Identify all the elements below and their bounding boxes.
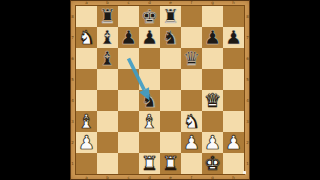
square-c8[interactable]: [118, 6, 139, 27]
square-h8[interactable]: [223, 6, 244, 27]
square-c7[interactable]: ♟: [118, 27, 139, 48]
square-f6[interactable]: ♛: [181, 48, 202, 69]
square-f8[interactable]: [181, 6, 202, 27]
square-f5[interactable]: [181, 69, 202, 90]
square-h5[interactable]: [223, 69, 244, 90]
black-knight-e7[interactable]: ♞: [160, 27, 181, 48]
white-pawn-a2[interactable]: ♟: [76, 132, 97, 153]
square-a5[interactable]: [76, 69, 97, 90]
square-h4[interactable]: [223, 90, 244, 111]
square-e4[interactable]: [160, 90, 181, 111]
black-pawn-d7[interactable]: ♟: [139, 27, 160, 48]
white-rook-e1[interactable]: ♜: [160, 153, 181, 174]
coord-rank-6-right: 6: [245, 48, 250, 69]
white-queen-g4[interactable]: ♛: [202, 90, 223, 111]
square-c4[interactable]: [118, 90, 139, 111]
square-g6[interactable]: [202, 48, 223, 69]
square-b2[interactable]: [97, 132, 118, 153]
square-a8[interactable]: [76, 6, 97, 27]
white-pawn-g2[interactable]: ♟: [202, 132, 223, 153]
coord-file-g-bottom: g: [202, 175, 223, 180]
square-b5[interactable]: [97, 69, 118, 90]
black-pawn-h7[interactable]: ♟: [223, 27, 244, 48]
square-a4[interactable]: [76, 90, 97, 111]
square-g2[interactable]: ♟: [202, 132, 223, 153]
square-b7[interactable]: ♝: [97, 27, 118, 48]
square-d8[interactable]: ♚: [139, 6, 160, 27]
letterbox: ♜♚♜♞♝♟♟♞♟♟♝♛♞♛♝♝♞♟♟♟♟♜♜♚ aabbccddeeffggh…: [0, 0, 320, 180]
square-e1[interactable]: ♜: [160, 153, 181, 174]
chess-board: ♜♚♜♞♝♟♟♞♟♟♝♛♞♛♝♝♞♟♟♟♟♜♜♚: [75, 5, 245, 175]
square-a3[interactable]: ♝: [76, 111, 97, 132]
white-knight-a7[interactable]: ♞: [76, 27, 97, 48]
square-b3[interactable]: [97, 111, 118, 132]
square-h6[interactable]: [223, 48, 244, 69]
square-e2[interactable]: [160, 132, 181, 153]
square-d5[interactable]: [139, 69, 160, 90]
square-d3[interactable]: ♝: [139, 111, 160, 132]
square-e7[interactable]: ♞: [160, 27, 181, 48]
coord-file-f-bottom: f: [181, 175, 202, 180]
square-g4[interactable]: ♛: [202, 90, 223, 111]
corner-dot: [243, 171, 246, 174]
coord-rank-3-right: 3: [245, 111, 250, 132]
square-d6[interactable]: [139, 48, 160, 69]
square-h3[interactable]: [223, 111, 244, 132]
square-b4[interactable]: [97, 90, 118, 111]
square-e6[interactable]: [160, 48, 181, 69]
coord-rank-4-right: 4: [245, 90, 250, 111]
square-e3[interactable]: [160, 111, 181, 132]
black-king-d8[interactable]: ♚: [139, 6, 160, 27]
coord-rank-7-right: 7: [245, 27, 250, 48]
square-d4[interactable]: ♞: [139, 90, 160, 111]
square-a1[interactable]: [76, 153, 97, 174]
square-h7[interactable]: ♟: [223, 27, 244, 48]
coord-rank-2-right: 2: [245, 132, 250, 153]
black-bishop-b6[interactable]: ♝: [97, 48, 118, 69]
square-f3[interactable]: ♞: [181, 111, 202, 132]
square-a7[interactable]: ♞: [76, 27, 97, 48]
square-g5[interactable]: [202, 69, 223, 90]
square-d2[interactable]: [139, 132, 160, 153]
black-knight-d4[interactable]: ♞: [139, 90, 160, 111]
white-knight-f3[interactable]: ♞: [181, 111, 202, 132]
black-pawn-g7[interactable]: ♟: [202, 27, 223, 48]
coord-rank-5-right: 5: [245, 69, 250, 90]
square-f7[interactable]: [181, 27, 202, 48]
coord-file-c-bottom: c: [118, 175, 139, 180]
square-g8[interactable]: [202, 6, 223, 27]
square-g7[interactable]: ♟: [202, 27, 223, 48]
white-pawn-h2[interactable]: ♟: [223, 132, 244, 153]
square-b8[interactable]: ♜: [97, 6, 118, 27]
square-h2[interactable]: ♟: [223, 132, 244, 153]
black-rook-e8[interactable]: ♜: [160, 6, 181, 27]
square-f2[interactable]: ♟: [181, 132, 202, 153]
square-c6[interactable]: [118, 48, 139, 69]
square-d1[interactable]: ♜: [139, 153, 160, 174]
square-b1[interactable]: [97, 153, 118, 174]
square-c1[interactable]: [118, 153, 139, 174]
coord-file-e-bottom: e: [160, 175, 181, 180]
white-bishop-a3[interactable]: ♝: [76, 111, 97, 132]
white-king-g1[interactable]: ♚: [202, 153, 223, 174]
coord-file-d-bottom: d: [139, 175, 160, 180]
square-f4[interactable]: [181, 90, 202, 111]
coord-file-h-bottom: h: [223, 175, 244, 180]
square-f1[interactable]: [181, 153, 202, 174]
black-queen-f6[interactable]: ♛: [181, 48, 202, 69]
square-g3[interactable]: [202, 111, 223, 132]
coord-rank-8-right: 8: [245, 6, 250, 27]
square-c3[interactable]: [118, 111, 139, 132]
square-g1[interactable]: ♚: [202, 153, 223, 174]
square-c2[interactable]: [118, 132, 139, 153]
square-b6[interactable]: ♝: [97, 48, 118, 69]
chess-board-frame: ♜♚♜♞♝♟♟♞♟♟♝♛♞♛♝♝♞♟♟♟♟♜♜♚ aabbccddeeffggh…: [70, 0, 250, 180]
white-pawn-f2[interactable]: ♟: [181, 132, 202, 153]
square-d7[interactable]: ♟: [139, 27, 160, 48]
coord-file-b-bottom: b: [97, 175, 118, 180]
square-a6[interactable]: [76, 48, 97, 69]
black-rook-b8[interactable]: ♜: [97, 6, 118, 27]
white-rook-d1[interactable]: ♜: [139, 153, 160, 174]
square-e8[interactable]: ♜: [160, 6, 181, 27]
black-pawn-c7[interactable]: ♟: [118, 27, 139, 48]
square-e5[interactable]: [160, 69, 181, 90]
square-c5[interactable]: [118, 69, 139, 90]
black-bishop-b7[interactable]: ♝: [97, 27, 118, 48]
square-h1[interactable]: [223, 153, 244, 174]
white-bishop-d3[interactable]: ♝: [139, 111, 160, 132]
square-a2[interactable]: ♟: [76, 132, 97, 153]
coord-file-a-bottom: a: [76, 175, 97, 180]
